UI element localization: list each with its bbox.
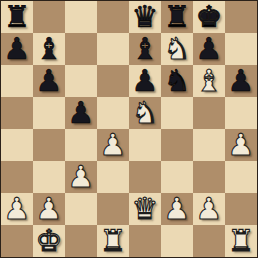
square-c6[interactable]	[65, 65, 97, 97]
square-a6[interactable]	[1, 65, 33, 97]
square-b4[interactable]	[33, 129, 65, 161]
square-c5[interactable]: ♟	[65, 97, 97, 129]
square-a7[interactable]: ♟	[1, 33, 33, 65]
square-h4[interactable]: ♟	[225, 129, 257, 161]
square-h7[interactable]	[225, 33, 257, 65]
piece-white-knight[interactable]: ♞	[164, 33, 191, 65]
square-h6[interactable]: ♟	[225, 65, 257, 97]
square-d7[interactable]	[97, 33, 129, 65]
piece-black-pawn[interactable]: ♟	[196, 33, 223, 65]
square-d6[interactable]	[97, 65, 129, 97]
square-a3[interactable]	[1, 161, 33, 193]
chess-board: ♜♛♜♚♟♝♝♞♟♟♟♞♝♟♟♞♟♟♟♟♟♛♟♟♚♜♜	[1, 1, 257, 257]
square-f5[interactable]	[161, 97, 193, 129]
piece-white-pawn[interactable]: ♟	[100, 129, 127, 161]
square-h3[interactable]	[225, 161, 257, 193]
square-b2[interactable]: ♟	[33, 193, 65, 225]
square-e5[interactable]: ♞	[129, 97, 161, 129]
square-c8[interactable]	[65, 1, 97, 33]
square-e3[interactable]	[129, 161, 161, 193]
square-g7[interactable]: ♟	[193, 33, 225, 65]
square-c1[interactable]	[65, 225, 97, 257]
square-e2[interactable]: ♛	[129, 193, 161, 225]
piece-black-pawn[interactable]: ♟	[228, 65, 255, 97]
piece-black-queen[interactable]: ♛	[132, 1, 159, 33]
square-b8[interactable]	[33, 1, 65, 33]
piece-black-pawn[interactable]: ♟	[132, 65, 159, 97]
square-d3[interactable]	[97, 161, 129, 193]
square-c7[interactable]	[65, 33, 97, 65]
piece-black-pawn[interactable]: ♟	[4, 33, 31, 65]
square-e8[interactable]: ♛	[129, 1, 161, 33]
square-g5[interactable]	[193, 97, 225, 129]
square-b3[interactable]	[33, 161, 65, 193]
square-e6[interactable]: ♟	[129, 65, 161, 97]
piece-black-pawn[interactable]: ♟	[36, 65, 63, 97]
piece-white-king[interactable]: ♚	[36, 225, 63, 257]
piece-black-bishop[interactable]: ♝	[132, 33, 159, 65]
chess-board-frame: ♜♛♜♚♟♝♝♞♟♟♟♞♝♟♟♞♟♟♟♟♟♛♟♟♚♜♜	[0, 0, 258, 258]
square-g8[interactable]: ♚	[193, 1, 225, 33]
piece-white-pawn[interactable]: ♟	[4, 193, 31, 225]
square-g2[interactable]: ♟	[193, 193, 225, 225]
piece-white-pawn[interactable]: ♟	[228, 129, 255, 161]
square-f2[interactable]: ♟	[161, 193, 193, 225]
square-a1[interactable]	[1, 225, 33, 257]
piece-white-knight[interactable]: ♞	[132, 97, 159, 129]
square-d2[interactable]	[97, 193, 129, 225]
square-c2[interactable]	[65, 193, 97, 225]
square-c3[interactable]: ♟	[65, 161, 97, 193]
piece-white-pawn[interactable]: ♟	[196, 193, 223, 225]
square-e4[interactable]	[129, 129, 161, 161]
square-e1[interactable]	[129, 225, 161, 257]
piece-white-pawn[interactable]: ♟	[68, 161, 95, 193]
square-d5[interactable]	[97, 97, 129, 129]
square-h1[interactable]: ♜	[225, 225, 257, 257]
square-a5[interactable]	[1, 97, 33, 129]
square-h2[interactable]	[225, 193, 257, 225]
piece-black-king[interactable]: ♚	[196, 1, 223, 33]
square-b7[interactable]: ♝	[33, 33, 65, 65]
piece-black-bishop[interactable]: ♝	[36, 33, 63, 65]
square-h8[interactable]	[225, 1, 257, 33]
square-f8[interactable]: ♜	[161, 1, 193, 33]
piece-white-queen[interactable]: ♛	[132, 193, 159, 225]
square-b1[interactable]: ♚	[33, 225, 65, 257]
square-h5[interactable]	[225, 97, 257, 129]
piece-black-knight[interactable]: ♞	[164, 65, 191, 97]
piece-white-pawn[interactable]: ♟	[36, 193, 63, 225]
square-f6[interactable]: ♞	[161, 65, 193, 97]
piece-white-pawn[interactable]: ♟	[164, 193, 191, 225]
square-f4[interactable]	[161, 129, 193, 161]
square-b5[interactable]	[33, 97, 65, 129]
square-a2[interactable]: ♟	[1, 193, 33, 225]
square-b6[interactable]: ♟	[33, 65, 65, 97]
square-c4[interactable]	[65, 129, 97, 161]
square-g3[interactable]	[193, 161, 225, 193]
square-f3[interactable]	[161, 161, 193, 193]
piece-white-rook[interactable]: ♜	[228, 225, 255, 257]
square-d8[interactable]	[97, 1, 129, 33]
piece-black-pawn[interactable]: ♟	[68, 97, 95, 129]
square-g6[interactable]: ♝	[193, 65, 225, 97]
square-f1[interactable]	[161, 225, 193, 257]
square-a8[interactable]: ♜	[1, 1, 33, 33]
square-f7[interactable]: ♞	[161, 33, 193, 65]
piece-black-rook[interactable]: ♜	[164, 1, 191, 33]
piece-black-rook[interactable]: ♜	[4, 1, 31, 33]
square-d1[interactable]: ♜	[97, 225, 129, 257]
square-a4[interactable]	[1, 129, 33, 161]
square-e7[interactable]: ♝	[129, 33, 161, 65]
square-g4[interactable]	[193, 129, 225, 161]
square-g1[interactable]	[193, 225, 225, 257]
piece-white-rook[interactable]: ♜	[100, 225, 127, 257]
square-d4[interactable]: ♟	[97, 129, 129, 161]
piece-white-bishop[interactable]: ♝	[196, 65, 223, 97]
